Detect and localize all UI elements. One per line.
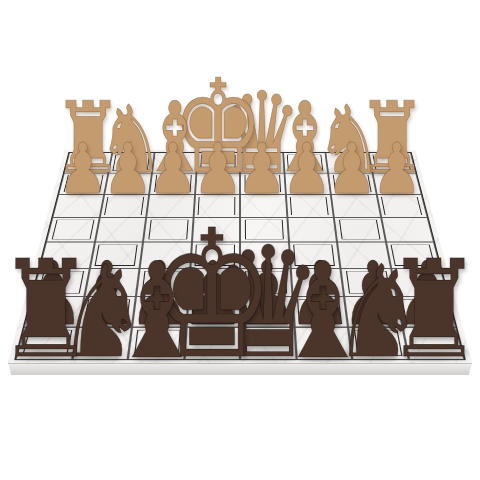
white-pawn-g2[interactable]: ♟ <box>103 134 153 204</box>
white-pawn-c2[interactable]: ♟ <box>282 134 332 204</box>
white-pawn-a2[interactable]: ♟ <box>372 134 422 204</box>
chess-scene: ♜♞♝♛♚♝♞♜♟♟♟♟♟♟♟♟♟♟♟♟♟♟♟♟♜♞♝♛♚♝♞♜ <box>0 0 480 480</box>
black-rook-h8[interactable]: ♜ <box>0 243 94 377</box>
white-pawn-h2[interactable]: ♟ <box>58 134 108 204</box>
white-pawn-b2[interactable]: ♟ <box>327 134 377 204</box>
